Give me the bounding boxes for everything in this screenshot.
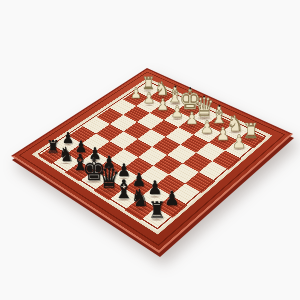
piece-white-pawn-b2[interactable]: ♟ <box>216 126 230 144</box>
piece-white-pawn-f2[interactable]: ♟ <box>157 98 169 114</box>
board-shadow <box>0 0 300 300</box>
chess-product-image: ♜♞♝♛♚♝♞♜♟♟♟♟♟♟♟♟♟♟♟♟♟♟♟♟♜♞♝♛♚♝♞♜ <box>0 0 300 300</box>
piece-black-knight-b8[interactable]: ♞ <box>131 188 150 212</box>
piece-black-rook-a8[interactable]: ♜ <box>148 199 166 222</box>
piece-white-pawn-g2[interactable]: ♟ <box>143 92 155 107</box>
piece-white-pawn-h2[interactable]: ♟ <box>130 85 142 100</box>
piece-white-pawn-a2[interactable]: ♟ <box>232 133 247 151</box>
black-finial-tip <box>189 87 191 89</box>
piece-black-pawn-a7[interactable]: ♟ <box>164 189 179 209</box>
piece-black-pawn-b7[interactable]: ♟ <box>148 180 163 199</box>
piece-white-pawn-c2[interactable]: ♟ <box>200 118 214 135</box>
black-finial-tip <box>218 105 220 107</box>
piece-white-pawn-d2[interactable]: ♟ <box>185 111 198 128</box>
black-finial-tip <box>203 95 205 97</box>
black-finial-tip <box>175 85 177 87</box>
piece-white-pawn-e2[interactable]: ♟ <box>171 105 184 121</box>
